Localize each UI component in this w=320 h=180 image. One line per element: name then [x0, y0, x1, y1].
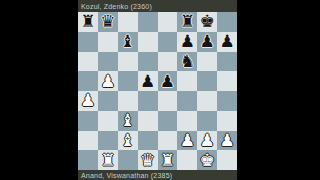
square-e3[interactable] [158, 111, 178, 131]
square-h6[interactable] [217, 52, 237, 72]
square-f4[interactable] [177, 91, 197, 111]
square-c4[interactable] [118, 91, 138, 111]
square-b3[interactable] [98, 111, 118, 131]
square-a6[interactable] [78, 52, 98, 72]
square-b6[interactable] [98, 52, 118, 72]
chess-video-panel: Kozul, Zdenko (2360) ♜♛♜♚♝♟♟♟♞♟♟♟♟♝♝♟♟♟♜… [78, 0, 237, 180]
square-a4[interactable]: ♟ [78, 91, 98, 111]
piece-white-pawn[interactable]: ♟ [80, 92, 95, 109]
square-e2[interactable] [158, 131, 178, 151]
piece-black-queen[interactable]: ♛ [100, 13, 115, 30]
square-c3[interactable]: ♝ [118, 111, 138, 131]
chess-board: ♜♛♜♚♝♟♟♟♞♟♟♟♟♝♝♟♟♟♜♛♜♚ [78, 12, 237, 170]
square-c6[interactable] [118, 52, 138, 72]
square-g1[interactable]: ♚ [197, 150, 217, 170]
piece-white-bishop[interactable]: ♝ [120, 131, 135, 148]
square-g5[interactable] [197, 71, 217, 91]
piece-black-rook[interactable]: ♜ [80, 13, 95, 30]
piece-white-king[interactable]: ♚ [200, 151, 215, 168]
square-e5[interactable]: ♟ [158, 71, 178, 91]
square-h8[interactable] [217, 12, 237, 32]
square-g2[interactable]: ♟ [197, 131, 217, 151]
square-b1[interactable]: ♜ [98, 150, 118, 170]
piece-white-pawn[interactable]: ♟ [200, 131, 215, 148]
piece-black-pawn[interactable]: ♟ [160, 72, 175, 89]
square-b5[interactable]: ♟ [98, 71, 118, 91]
square-f3[interactable] [177, 111, 197, 131]
square-g7[interactable]: ♟ [197, 32, 217, 52]
square-d3[interactable] [138, 111, 158, 131]
piece-black-rook[interactable]: ♜ [180, 13, 195, 30]
square-d7[interactable] [138, 32, 158, 52]
piece-white-pawn[interactable]: ♟ [100, 72, 115, 89]
square-d5[interactable]: ♟ [138, 71, 158, 91]
piece-white-rook[interactable]: ♜ [160, 151, 175, 168]
square-f8[interactable]: ♜ [177, 12, 197, 32]
square-b8[interactable]: ♛ [98, 12, 118, 32]
piece-black-king[interactable]: ♚ [200, 13, 215, 30]
piece-white-pawn[interactable]: ♟ [180, 131, 195, 148]
square-a7[interactable] [78, 32, 98, 52]
square-f2[interactable]: ♟ [177, 131, 197, 151]
square-e6[interactable] [158, 52, 178, 72]
square-c7[interactable]: ♝ [118, 32, 138, 52]
square-d2[interactable] [138, 131, 158, 151]
square-f7[interactable]: ♟ [177, 32, 197, 52]
square-a5[interactable] [78, 71, 98, 91]
square-a2[interactable] [78, 131, 98, 151]
square-c1[interactable] [118, 150, 138, 170]
square-h2[interactable]: ♟ [217, 131, 237, 151]
square-h4[interactable] [217, 91, 237, 111]
square-a1[interactable] [78, 150, 98, 170]
square-h3[interactable] [217, 111, 237, 131]
square-g4[interactable] [197, 91, 217, 111]
player-label-white: Anand, Viswanathan (2385) [78, 170, 237, 180]
piece-black-bishop[interactable]: ♝ [120, 33, 135, 50]
square-e4[interactable] [158, 91, 178, 111]
square-c8[interactable] [118, 12, 138, 32]
square-g3[interactable] [197, 111, 217, 131]
square-d6[interactable] [138, 52, 158, 72]
square-e8[interactable] [158, 12, 178, 32]
piece-white-bishop[interactable]: ♝ [120, 112, 135, 129]
piece-black-knight[interactable]: ♞ [180, 52, 195, 69]
square-h7[interactable]: ♟ [217, 32, 237, 52]
piece-black-pawn[interactable]: ♟ [140, 72, 155, 89]
letterbox-stage: Kozul, Zdenko (2360) ♜♛♜♚♝♟♟♟♞♟♟♟♟♝♝♟♟♟♜… [0, 0, 320, 180]
square-e7[interactable] [158, 32, 178, 52]
square-b4[interactable] [98, 91, 118, 111]
square-d4[interactable] [138, 91, 158, 111]
square-f1[interactable] [177, 150, 197, 170]
piece-black-pawn[interactable]: ♟ [219, 33, 234, 50]
square-c2[interactable]: ♝ [118, 131, 138, 151]
piece-white-queen[interactable]: ♛ [140, 151, 155, 168]
square-g8[interactable]: ♚ [197, 12, 217, 32]
piece-black-pawn[interactable]: ♟ [200, 33, 215, 50]
square-c5[interactable] [118, 71, 138, 91]
square-b7[interactable] [98, 32, 118, 52]
square-h1[interactable] [217, 150, 237, 170]
piece-white-pawn[interactable]: ♟ [219, 131, 234, 148]
piece-white-rook[interactable]: ♜ [100, 151, 115, 168]
square-b2[interactable] [98, 131, 118, 151]
square-f6[interactable]: ♞ [177, 52, 197, 72]
square-d1[interactable]: ♛ [138, 150, 158, 170]
square-a8[interactable]: ♜ [78, 12, 98, 32]
square-h5[interactable] [217, 71, 237, 91]
square-f5[interactable] [177, 71, 197, 91]
square-e1[interactable]: ♜ [158, 150, 178, 170]
square-g6[interactable] [197, 52, 217, 72]
player-label-black: Kozul, Zdenko (2360) [78, 0, 237, 12]
square-d8[interactable] [138, 12, 158, 32]
piece-black-pawn[interactable]: ♟ [180, 33, 195, 50]
square-a3[interactable] [78, 111, 98, 131]
